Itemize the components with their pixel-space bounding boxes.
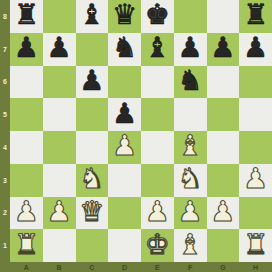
square-f2[interactable]: ♟ bbox=[174, 197, 207, 230]
black-pawn[interactable]: ♟ bbox=[243, 34, 268, 62]
rank-gutter: 87654321 bbox=[0, 0, 10, 262]
square-f8[interactable] bbox=[174, 0, 207, 33]
black-king[interactable]: ♚ bbox=[145, 1, 170, 29]
square-a1[interactable]: ♜ bbox=[10, 229, 43, 262]
square-e6[interactable] bbox=[141, 66, 174, 99]
file-label-h: H bbox=[239, 262, 272, 272]
gutter-corner bbox=[0, 262, 10, 272]
file-label-a: A bbox=[10, 262, 43, 272]
square-d7[interactable]: ♞ bbox=[108, 33, 141, 66]
square-h2[interactable] bbox=[239, 197, 272, 230]
white-king[interactable]: ♚ bbox=[145, 231, 170, 259]
square-h6[interactable] bbox=[239, 66, 272, 99]
black-rook[interactable]: ♜ bbox=[243, 1, 268, 29]
black-bishop[interactable]: ♝ bbox=[79, 1, 104, 29]
white-rook[interactable]: ♜ bbox=[14, 231, 39, 259]
square-d1[interactable] bbox=[108, 229, 141, 262]
square-f7[interactable]: ♟ bbox=[174, 33, 207, 66]
rank-label-3: 3 bbox=[0, 164, 10, 197]
square-g4[interactable] bbox=[207, 131, 240, 164]
square-a7[interactable]: ♟ bbox=[10, 33, 43, 66]
square-b8[interactable] bbox=[43, 0, 76, 33]
white-bishop[interactable]: ♝ bbox=[178, 132, 203, 160]
square-e7[interactable]: ♝ bbox=[141, 33, 174, 66]
black-pawn[interactable]: ♟ bbox=[178, 34, 203, 62]
square-a4[interactable] bbox=[10, 131, 43, 164]
black-queen[interactable]: ♛ bbox=[112, 1, 137, 29]
square-e2[interactable]: ♟ bbox=[141, 197, 174, 230]
black-pawn[interactable]: ♟ bbox=[112, 100, 137, 128]
square-b3[interactable] bbox=[43, 164, 76, 197]
white-rook[interactable]: ♜ bbox=[243, 231, 268, 259]
file-label-f: F bbox=[174, 262, 207, 272]
square-g7[interactable]: ♟ bbox=[207, 33, 240, 66]
square-e3[interactable] bbox=[141, 164, 174, 197]
black-bishop[interactable]: ♝ bbox=[145, 34, 170, 62]
square-f3[interactable]: ♞ bbox=[174, 164, 207, 197]
square-d2[interactable] bbox=[108, 197, 141, 230]
file-label-g: G bbox=[207, 262, 240, 272]
square-g8[interactable] bbox=[207, 0, 240, 33]
black-pawn[interactable]: ♟ bbox=[79, 67, 104, 95]
black-knight[interactable]: ♞ bbox=[112, 34, 137, 62]
white-bishop[interactable]: ♝ bbox=[178, 231, 203, 259]
black-pawn[interactable]: ♟ bbox=[47, 34, 72, 62]
square-f1[interactable]: ♝ bbox=[174, 229, 207, 262]
square-g2[interactable]: ♟ bbox=[207, 197, 240, 230]
square-h1[interactable]: ♜ bbox=[239, 229, 272, 262]
square-c8[interactable]: ♝ bbox=[76, 0, 109, 33]
square-g3[interactable] bbox=[207, 164, 240, 197]
rank-label-6: 6 bbox=[0, 66, 10, 99]
square-b5[interactable] bbox=[43, 98, 76, 131]
chess-app: 87654321 ♜♝♛♚♜♟♟♞♝♟♟♟♟♞♟♟♝♞♞♟♟♟♛♟♟♟♜♚♝♜ … bbox=[0, 0, 272, 272]
square-b4[interactable] bbox=[43, 131, 76, 164]
square-f5[interactable] bbox=[174, 98, 207, 131]
rank-label-4: 4 bbox=[0, 131, 10, 164]
file-label-d: D bbox=[108, 262, 141, 272]
white-pawn[interactable]: ♟ bbox=[243, 165, 268, 193]
rank-label-8: 8 bbox=[0, 0, 10, 33]
rank-label-7: 7 bbox=[0, 33, 10, 66]
white-pawn[interactable]: ♟ bbox=[112, 132, 137, 160]
rank-label-2: 2 bbox=[0, 197, 10, 230]
square-c6[interactable]: ♟ bbox=[76, 66, 109, 99]
square-e5[interactable] bbox=[141, 98, 174, 131]
square-a3[interactable] bbox=[10, 164, 43, 197]
white-pawn[interactable]: ♟ bbox=[145, 198, 170, 226]
square-h3[interactable]: ♟ bbox=[239, 164, 272, 197]
file-label-b: B bbox=[43, 262, 76, 272]
square-d6[interactable] bbox=[108, 66, 141, 99]
square-h8[interactable]: ♜ bbox=[239, 0, 272, 33]
square-a5[interactable] bbox=[10, 98, 43, 131]
white-pawn[interactable]: ♟ bbox=[14, 198, 39, 226]
square-b1[interactable] bbox=[43, 229, 76, 262]
rank-label-1: 1 bbox=[0, 229, 10, 262]
black-rook[interactable]: ♜ bbox=[14, 1, 39, 29]
rank-label-5: 5 bbox=[0, 98, 10, 131]
white-knight[interactable]: ♞ bbox=[178, 165, 203, 193]
square-d3[interactable] bbox=[108, 164, 141, 197]
square-c7[interactable] bbox=[76, 33, 109, 66]
white-knight[interactable]: ♞ bbox=[79, 165, 104, 193]
square-h5[interactable] bbox=[239, 98, 272, 131]
square-f4[interactable]: ♝ bbox=[174, 131, 207, 164]
square-d4[interactable]: ♟ bbox=[108, 131, 141, 164]
file-gutter: ABCDEFGH bbox=[10, 262, 272, 272]
white-pawn[interactable]: ♟ bbox=[47, 198, 72, 226]
black-pawn[interactable]: ♟ bbox=[14, 34, 39, 62]
white-queen[interactable]: ♛ bbox=[79, 198, 104, 226]
square-h4[interactable] bbox=[239, 131, 272, 164]
square-b2[interactable]: ♟ bbox=[43, 197, 76, 230]
square-g6[interactable] bbox=[207, 66, 240, 99]
black-knight[interactable]: ♞ bbox=[178, 67, 203, 95]
file-label-c: C bbox=[76, 262, 109, 272]
square-e8[interactable]: ♚ bbox=[141, 0, 174, 33]
square-b6[interactable] bbox=[43, 66, 76, 99]
white-pawn[interactable]: ♟ bbox=[178, 198, 203, 226]
white-pawn[interactable]: ♟ bbox=[210, 198, 235, 226]
file-label-e: E bbox=[141, 262, 174, 272]
square-d5[interactable]: ♟ bbox=[108, 98, 141, 131]
square-c3[interactable]: ♞ bbox=[76, 164, 109, 197]
square-f6[interactable]: ♞ bbox=[174, 66, 207, 99]
square-g5[interactable] bbox=[207, 98, 240, 131]
square-c2[interactable]: ♛ bbox=[76, 197, 109, 230]
square-a6[interactable] bbox=[10, 66, 43, 99]
square-c4[interactable] bbox=[76, 131, 109, 164]
chess-board: ♜♝♛♚♜♟♟♞♝♟♟♟♟♞♟♟♝♞♞♟♟♟♛♟♟♟♜♚♝♜ bbox=[10, 0, 272, 262]
square-c5[interactable] bbox=[76, 98, 109, 131]
square-d8[interactable]: ♛ bbox=[108, 0, 141, 33]
square-e1[interactable]: ♚ bbox=[141, 229, 174, 262]
square-c1[interactable] bbox=[76, 229, 109, 262]
square-g1[interactable] bbox=[207, 229, 240, 262]
black-pawn[interactable]: ♟ bbox=[210, 34, 235, 62]
square-e4[interactable] bbox=[141, 131, 174, 164]
square-h7[interactable]: ♟ bbox=[239, 33, 272, 66]
square-a2[interactable]: ♟ bbox=[10, 197, 43, 230]
square-a8[interactable]: ♜ bbox=[10, 0, 43, 33]
square-b7[interactable]: ♟ bbox=[43, 33, 76, 66]
